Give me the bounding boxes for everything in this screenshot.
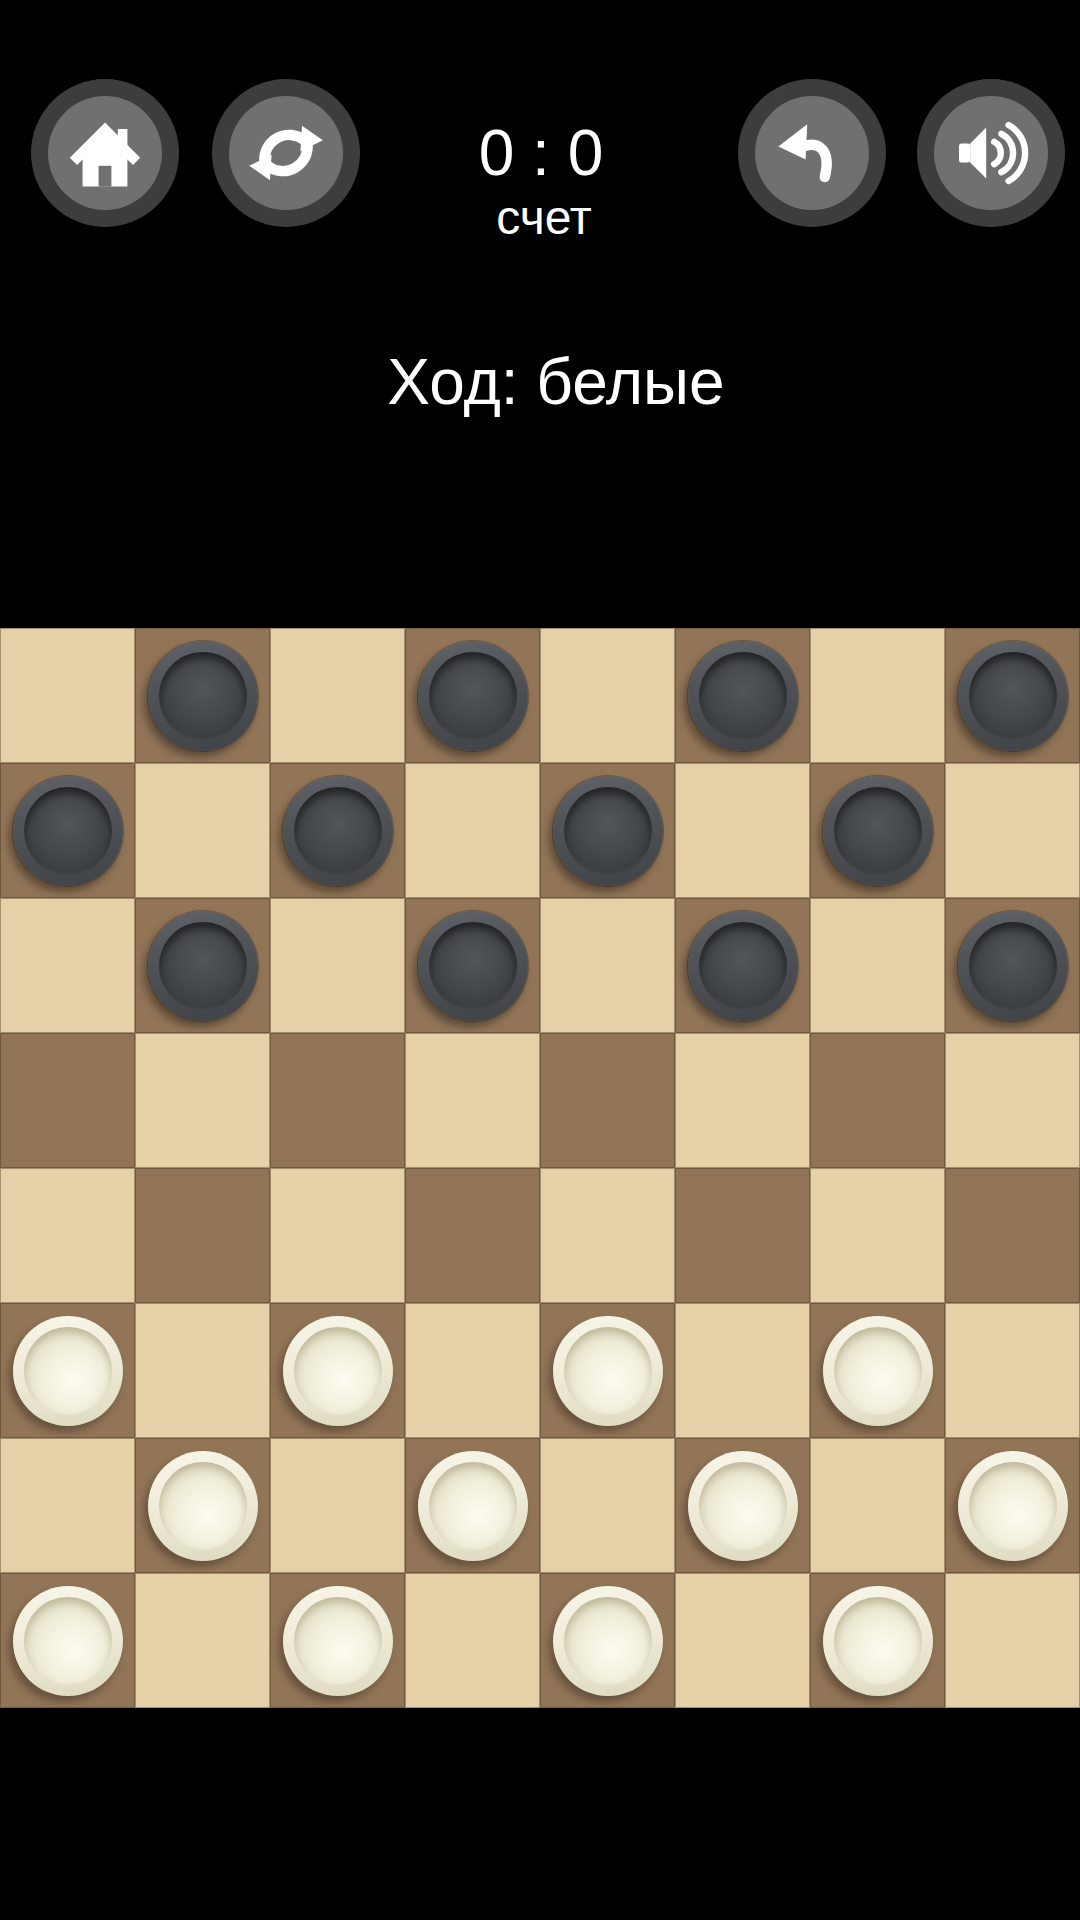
square-b7 (135, 763, 270, 898)
white-checker-piece[interactable] (283, 1586, 393, 1696)
square-f2[interactable] (675, 1438, 810, 1573)
piece-bowl (429, 1462, 517, 1550)
speaker-icon (951, 113, 1031, 193)
square-h8[interactable] (945, 628, 1080, 763)
black-checker-piece[interactable] (688, 911, 798, 1021)
square-c8 (270, 628, 405, 763)
piece-bowl (834, 1327, 922, 1415)
square-g5[interactable] (810, 1033, 945, 1168)
white-checker-piece[interactable] (823, 1316, 933, 1426)
square-c3[interactable] (270, 1303, 405, 1438)
piece-bowl (699, 652, 787, 740)
black-checker-piece[interactable] (148, 641, 258, 751)
square-e4 (540, 1168, 675, 1303)
square-a3[interactable] (0, 1303, 135, 1438)
square-h2[interactable] (945, 1438, 1080, 1573)
piece-bowl (969, 1462, 1057, 1550)
checkers-board (0, 628, 1080, 1708)
turn-indicator: Ход: белые (387, 350, 724, 414)
square-d7 (405, 763, 540, 898)
square-b2[interactable] (135, 1438, 270, 1573)
square-e5[interactable] (540, 1033, 675, 1168)
black-checker-piece[interactable] (13, 776, 123, 886)
piece-bowl (564, 1327, 652, 1415)
white-checker-piece[interactable] (553, 1316, 663, 1426)
piece-bowl (969, 922, 1057, 1010)
square-a2 (0, 1438, 135, 1573)
piece-bowl (24, 1327, 112, 1415)
piece-bowl (969, 652, 1057, 740)
black-checker-piece[interactable] (418, 911, 528, 1021)
piece-bowl (699, 922, 787, 1010)
square-h5 (945, 1033, 1080, 1168)
black-checker-piece[interactable] (553, 776, 663, 886)
square-b3 (135, 1303, 270, 1438)
piece-bowl (699, 1462, 787, 1550)
square-e6 (540, 898, 675, 1033)
square-d6[interactable] (405, 898, 540, 1033)
black-checker-piece[interactable] (958, 911, 1068, 1021)
square-a1[interactable] (0, 1573, 135, 1708)
black-checker-piece[interactable] (688, 641, 798, 751)
app-screen: 0 : 0 счет Ход: белые (0, 0, 1080, 1920)
square-e2 (540, 1438, 675, 1573)
square-h3 (945, 1303, 1080, 1438)
square-e7[interactable] (540, 763, 675, 898)
square-a4 (0, 1168, 135, 1303)
sound-button-face (934, 96, 1048, 210)
piece-bowl (834, 1597, 922, 1685)
square-a5[interactable] (0, 1033, 135, 1168)
white-checker-piece[interactable] (148, 1451, 258, 1561)
square-d3 (405, 1303, 540, 1438)
white-checker-piece[interactable] (823, 1586, 933, 1696)
score-label: счет (496, 194, 592, 242)
white-checker-piece[interactable] (13, 1316, 123, 1426)
piece-bowl (159, 1462, 247, 1550)
white-checker-piece[interactable] (958, 1451, 1068, 1561)
square-g3[interactable] (810, 1303, 945, 1438)
sound-button[interactable] (917, 79, 1065, 227)
square-c7[interactable] (270, 763, 405, 898)
square-b1 (135, 1573, 270, 1708)
square-c2 (270, 1438, 405, 1573)
square-c1[interactable] (270, 1573, 405, 1708)
square-f4[interactable] (675, 1168, 810, 1303)
square-d2[interactable] (405, 1438, 540, 1573)
square-b8[interactable] (135, 628, 270, 763)
square-f6[interactable] (675, 898, 810, 1033)
square-e3[interactable] (540, 1303, 675, 1438)
square-h7 (945, 763, 1080, 898)
square-a7[interactable] (0, 763, 135, 898)
square-g4 (810, 1168, 945, 1303)
black-checker-piece[interactable] (148, 911, 258, 1021)
square-c4 (270, 1168, 405, 1303)
white-checker-piece[interactable] (688, 1451, 798, 1561)
restart-button-face (229, 96, 343, 210)
restart-button[interactable] (212, 79, 360, 227)
piece-bowl (429, 652, 517, 740)
piece-bowl (159, 652, 247, 740)
square-h1 (945, 1573, 1080, 1708)
piece-bowl (294, 787, 382, 875)
square-b5 (135, 1033, 270, 1168)
piece-bowl (834, 787, 922, 875)
piece-bowl (564, 1597, 652, 1685)
undo-button-face (755, 96, 869, 210)
home-button[interactable] (31, 79, 179, 227)
black-checker-piece[interactable] (283, 776, 393, 886)
white-checker-piece[interactable] (13, 1586, 123, 1696)
square-h6[interactable] (945, 898, 1080, 1033)
square-d8[interactable] (405, 628, 540, 763)
square-a8 (0, 628, 135, 763)
square-e1[interactable] (540, 1573, 675, 1708)
score-value: 0 : 0 (479, 121, 604, 185)
square-f1 (675, 1573, 810, 1708)
restart-icon (246, 113, 326, 193)
square-f5 (675, 1033, 810, 1168)
home-button-face (48, 96, 162, 210)
piece-bowl (294, 1327, 382, 1415)
square-b6[interactable] (135, 898, 270, 1033)
home-icon (65, 113, 145, 193)
square-g2 (810, 1438, 945, 1573)
piece-bowl (564, 787, 652, 875)
square-d4[interactable] (405, 1168, 540, 1303)
square-h4[interactable] (945, 1168, 1080, 1303)
piece-bowl (429, 922, 517, 1010)
square-d1 (405, 1573, 540, 1708)
square-d5 (405, 1033, 540, 1168)
square-c6 (270, 898, 405, 1033)
piece-bowl (24, 1597, 112, 1685)
black-checker-piece[interactable] (418, 641, 528, 751)
black-checker-piece[interactable] (958, 641, 1068, 751)
white-checker-piece[interactable] (283, 1316, 393, 1426)
square-g1[interactable] (810, 1573, 945, 1708)
square-f7 (675, 763, 810, 898)
square-e8 (540, 628, 675, 763)
piece-bowl (294, 1597, 382, 1685)
piece-bowl (159, 922, 247, 1010)
black-checker-piece[interactable] (823, 776, 933, 886)
square-f8[interactable] (675, 628, 810, 763)
undo-button[interactable] (738, 79, 886, 227)
square-g6 (810, 898, 945, 1033)
square-b4[interactable] (135, 1168, 270, 1303)
square-a6 (0, 898, 135, 1033)
square-g8 (810, 628, 945, 763)
square-f3 (675, 1303, 810, 1438)
white-checker-piece[interactable] (553, 1586, 663, 1696)
piece-bowl (24, 787, 112, 875)
square-g7[interactable] (810, 763, 945, 898)
white-checker-piece[interactable] (418, 1451, 528, 1561)
undo-icon (772, 113, 852, 193)
square-c5[interactable] (270, 1033, 405, 1168)
